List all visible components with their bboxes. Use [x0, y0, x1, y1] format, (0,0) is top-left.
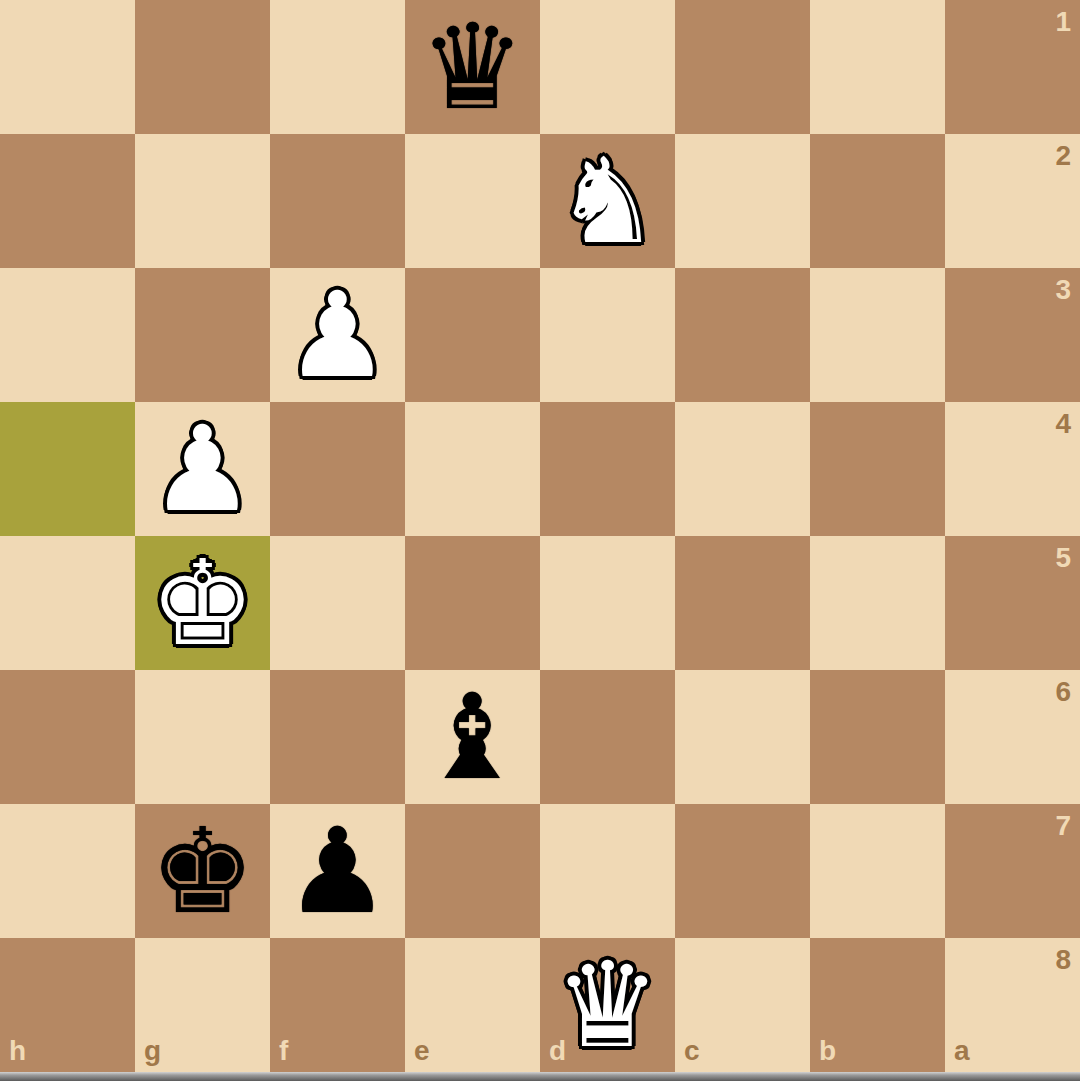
- square-h6[interactable]: [0, 670, 135, 804]
- square-g5[interactable]: ♚: [135, 536, 270, 670]
- square-h5[interactable]: [0, 536, 135, 670]
- square-a6[interactable]: 6: [945, 670, 1080, 804]
- rank-label-4: 4: [1055, 410, 1071, 438]
- square-f7[interactable]: ♟: [270, 804, 405, 938]
- black-pawn[interactable]: ♟: [285, 804, 391, 938]
- square-a4[interactable]: 4: [945, 402, 1080, 536]
- white-queen[interactable]: ♛: [555, 938, 661, 1072]
- square-a8[interactable]: a8: [945, 938, 1080, 1072]
- square-d6[interactable]: [540, 670, 675, 804]
- square-d2[interactable]: ♞: [540, 134, 675, 268]
- square-a2[interactable]: 2: [945, 134, 1080, 268]
- square-f1[interactable]: [270, 0, 405, 134]
- black-king[interactable]: ♚: [150, 804, 256, 938]
- square-d8[interactable]: ♛d: [540, 938, 675, 1072]
- square-g6[interactable]: [135, 670, 270, 804]
- file-label-b: b: [819, 1037, 836, 1065]
- square-d7[interactable]: [540, 804, 675, 938]
- white-king[interactable]: ♚: [150, 536, 256, 670]
- file-label-e: e: [414, 1037, 430, 1065]
- file-label-f: f: [279, 1037, 288, 1065]
- white-knight[interactable]: ♞: [555, 134, 661, 268]
- rank-label-7: 7: [1055, 812, 1071, 840]
- square-e6[interactable]: ♝: [405, 670, 540, 804]
- chess-board: ♛1♞2♟3♟4♚5♝6♚♟7hgfe♛dcba8: [0, 0, 1080, 1072]
- file-label-a: a: [954, 1037, 970, 1065]
- square-e4[interactable]: [405, 402, 540, 536]
- file-label-h: h: [9, 1037, 26, 1065]
- square-c6[interactable]: [675, 670, 810, 804]
- square-b2[interactable]: [810, 134, 945, 268]
- square-f6[interactable]: [270, 670, 405, 804]
- square-e2[interactable]: [405, 134, 540, 268]
- square-d5[interactable]: [540, 536, 675, 670]
- square-e1[interactable]: ♛: [405, 0, 540, 134]
- square-e5[interactable]: [405, 536, 540, 670]
- square-c7[interactable]: [675, 804, 810, 938]
- square-h7[interactable]: [0, 804, 135, 938]
- square-h4[interactable]: [0, 402, 135, 536]
- rank-label-1: 1: [1055, 8, 1071, 36]
- file-label-g: g: [144, 1037, 161, 1065]
- square-g8[interactable]: g: [135, 938, 270, 1072]
- black-queen[interactable]: ♛: [420, 0, 526, 134]
- square-f4[interactable]: [270, 402, 405, 536]
- square-c4[interactable]: [675, 402, 810, 536]
- square-d4[interactable]: [540, 402, 675, 536]
- rank-label-3: 3: [1055, 276, 1071, 304]
- square-c2[interactable]: [675, 134, 810, 268]
- square-h1[interactable]: [0, 0, 135, 134]
- square-a1[interactable]: 1: [945, 0, 1080, 134]
- square-a5[interactable]: 5: [945, 536, 1080, 670]
- rank-label-8: 8: [1055, 946, 1071, 974]
- square-g1[interactable]: [135, 0, 270, 134]
- square-f5[interactable]: [270, 536, 405, 670]
- square-e8[interactable]: e: [405, 938, 540, 1072]
- file-label-c: c: [684, 1037, 700, 1065]
- white-pawn[interactable]: ♟: [150, 402, 256, 536]
- square-a7[interactable]: 7: [945, 804, 1080, 938]
- square-b3[interactable]: [810, 268, 945, 402]
- square-a3[interactable]: 3: [945, 268, 1080, 402]
- rank-label-6: 6: [1055, 678, 1071, 706]
- square-f3[interactable]: ♟: [270, 268, 405, 402]
- square-g2[interactable]: [135, 134, 270, 268]
- square-c5[interactable]: [675, 536, 810, 670]
- square-c1[interactable]: [675, 0, 810, 134]
- square-c3[interactable]: [675, 268, 810, 402]
- rank-label-5: 5: [1055, 544, 1071, 572]
- square-e7[interactable]: [405, 804, 540, 938]
- square-h2[interactable]: [0, 134, 135, 268]
- chess-app: ♛1♞2♟3♟4♚5♝6♚♟7hgfe♛dcba8: [0, 0, 1080, 1081]
- square-b5[interactable]: [810, 536, 945, 670]
- square-g4[interactable]: ♟: [135, 402, 270, 536]
- square-f8[interactable]: f: [270, 938, 405, 1072]
- file-label-d: d: [549, 1037, 566, 1065]
- black-bishop[interactable]: ♝: [420, 670, 526, 804]
- square-c8[interactable]: c: [675, 938, 810, 1072]
- square-b8[interactable]: b: [810, 938, 945, 1072]
- square-g7[interactable]: ♚: [135, 804, 270, 938]
- square-b1[interactable]: [810, 0, 945, 134]
- square-b6[interactable]: [810, 670, 945, 804]
- square-b7[interactable]: [810, 804, 945, 938]
- square-h8[interactable]: h: [0, 938, 135, 1072]
- square-d3[interactable]: [540, 268, 675, 402]
- square-d1[interactable]: [540, 0, 675, 134]
- square-h3[interactable]: [0, 268, 135, 402]
- square-e3[interactable]: [405, 268, 540, 402]
- white-pawn[interactable]: ♟: [285, 268, 391, 402]
- square-b4[interactable]: [810, 402, 945, 536]
- rank-label-2: 2: [1055, 142, 1071, 170]
- square-f2[interactable]: [270, 134, 405, 268]
- board-bottom-shadow: [0, 1072, 1080, 1081]
- square-g3[interactable]: [135, 268, 270, 402]
